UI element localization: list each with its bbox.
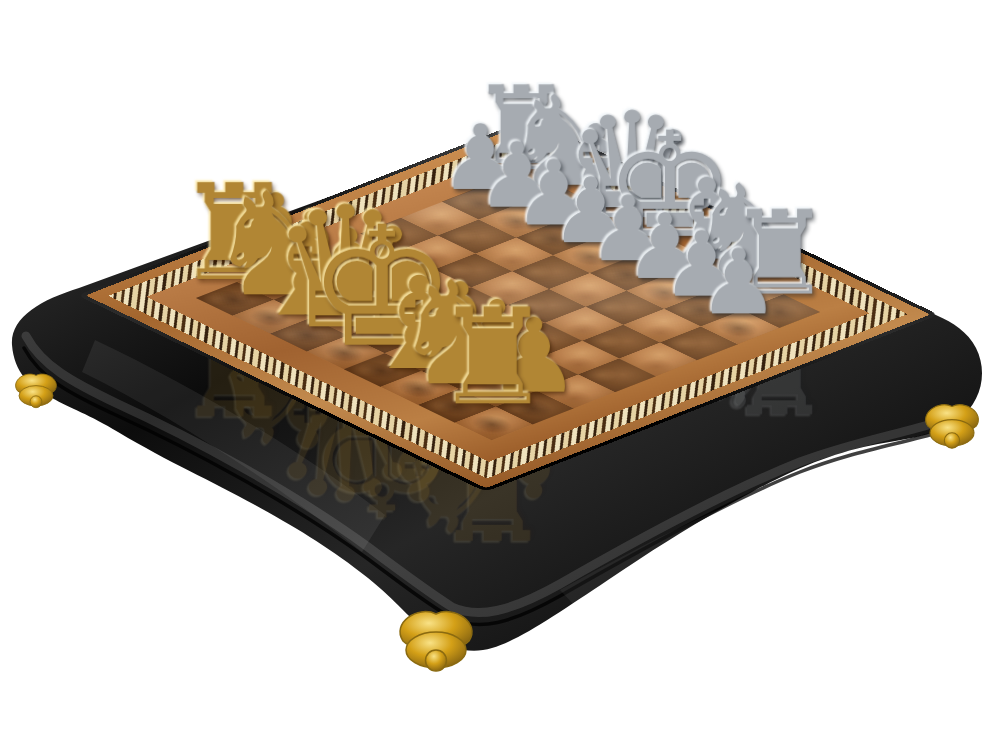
board-frame-inner: ♜♜♞♞♝♝♛♛♚♚♝♝♞♞♜♜♟♟♟♟♟♟♟♟♟♟♟♟♟♟♟♟♟♟♟♟♟♟♟♟… (146, 148, 869, 462)
square-h1[interactable]: ♜♜ (455, 407, 533, 441)
gold-foot-right (926, 405, 979, 449)
piece-reflection: ♜ (383, 424, 603, 556)
gold-foot-left (16, 374, 57, 408)
gold-foot-front (400, 612, 472, 671)
square-h7[interactable]: ♟♟ (701, 310, 779, 344)
piece-silver-pawn-h7[interactable]: ♟ (629, 237, 849, 327)
chess-set-scene: ♜♜♞♞♝♝♛♛♚♚♝♝♞♞♜♜♟♟♟♟♟♟♟♟♟♟♟♟♟♟♟♟♟♟♟♟♟♟♟♟… (0, 0, 1000, 750)
board-frame-outer: ♜♜♞♞♝♝♛♛♚♚♝♝♞♞♜♜♟♟♟♟♟♟♟♟♟♟♟♟♟♟♟♟♟♟♟♟♟♟♟♟… (86, 122, 931, 488)
chess-board-grid: ♜♜♞♞♝♝♛♛♚♚♝♝♞♞♜♜♟♟♟♟♟♟♟♟♟♟♟♟♟♟♟♟♟♟♟♟♟♟♟♟… (196, 170, 820, 441)
piece-gold-rook-h1[interactable]: ♜ (383, 291, 603, 423)
board-surface: ♜♜♞♞♝♝♛♛♚♚♝♝♞♞♜♜♟♟♟♟♟♟♟♟♟♟♟♟♟♟♟♟♟♟♟♟♟♟♟♟… (77, 118, 938, 492)
board-inlay-strip: ♜♜♞♞♝♝♛♛♚♚♝♝♞♞♜♜♟♟♟♟♟♟♟♟♟♟♟♟♟♟♟♟♟♟♟♟♟♟♟♟… (108, 132, 907, 479)
